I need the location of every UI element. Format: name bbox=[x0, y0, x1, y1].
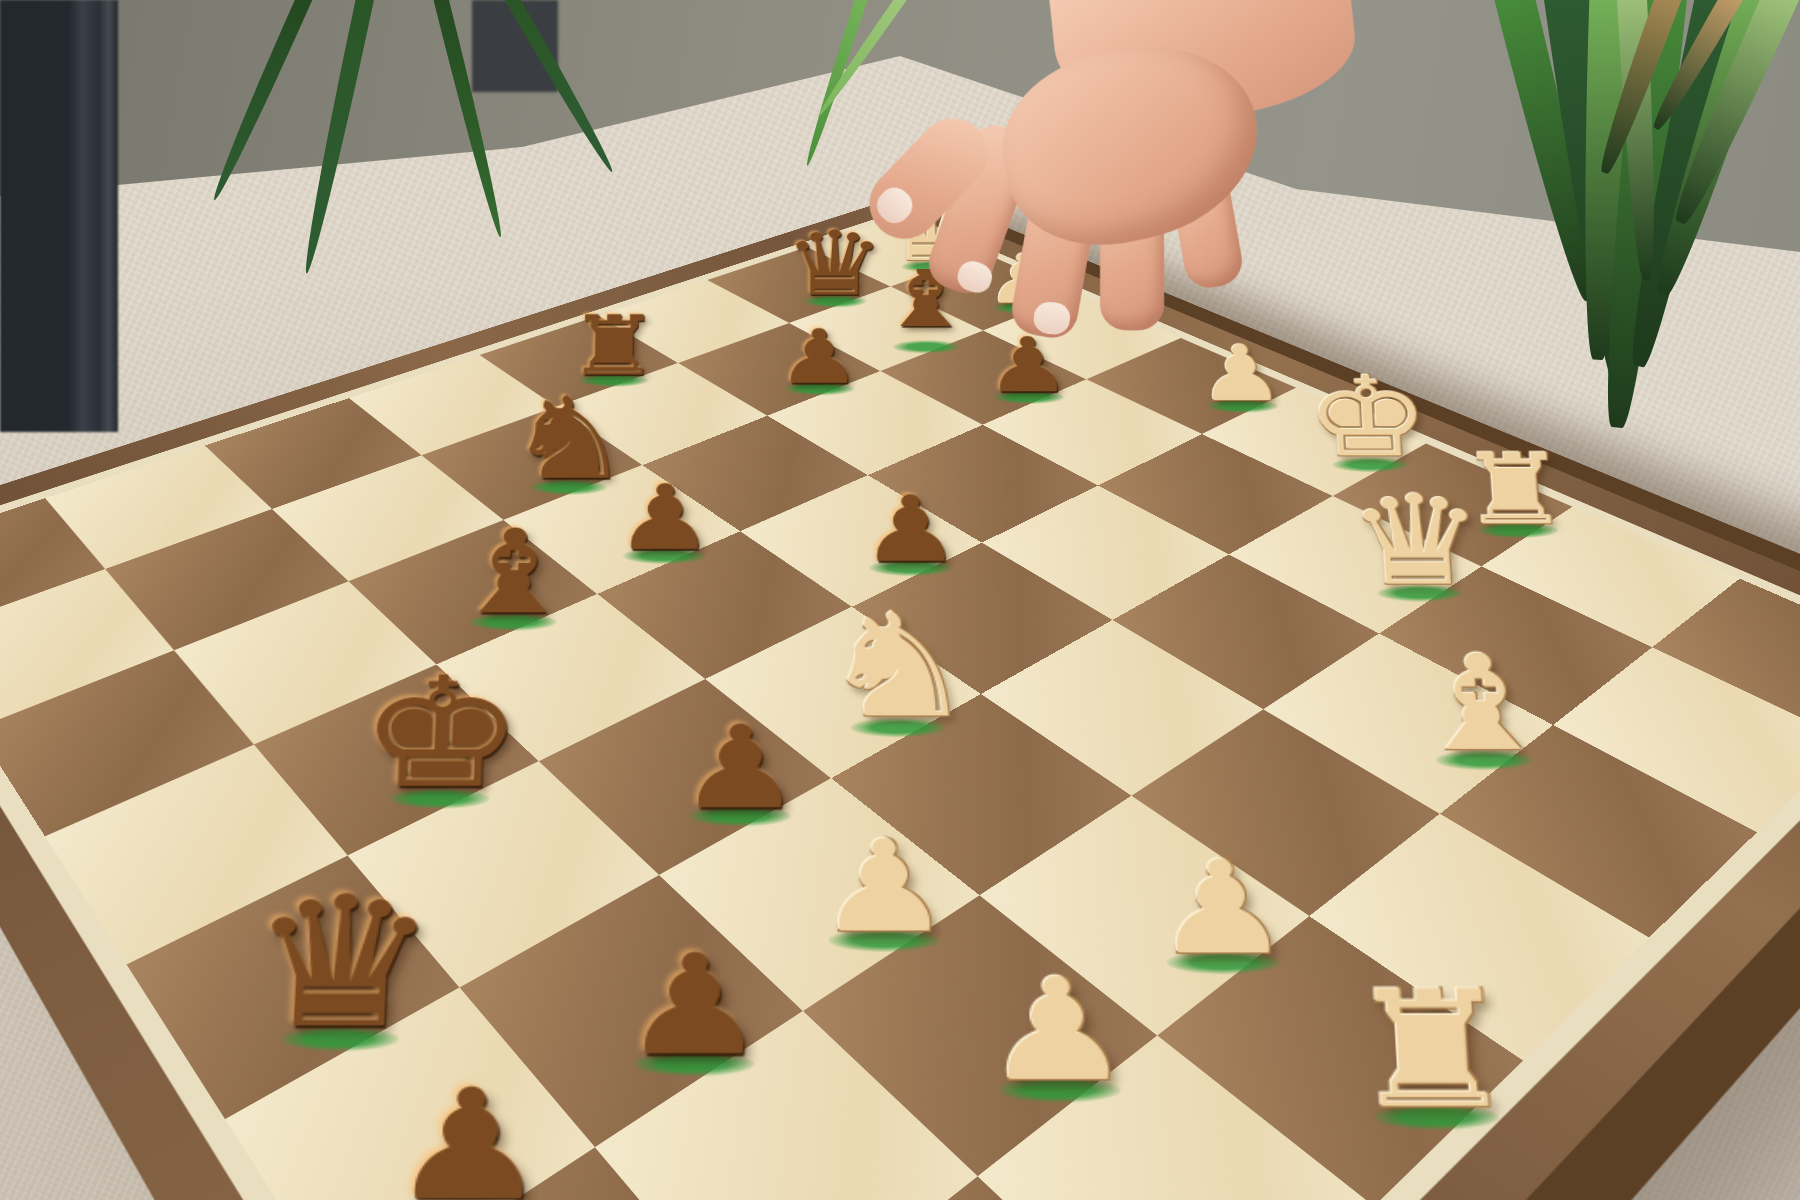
king-glyph: ♚ bbox=[355, 662, 526, 807]
queen-glyph: ♛ bbox=[241, 877, 441, 1049]
player-hand bbox=[817, 0, 1374, 392]
pawn-glyph: ♟ bbox=[860, 487, 962, 574]
piece-light-queen-g3[interactable]: ♛ bbox=[1317, 482, 1516, 600]
bishop-glyph: ♝ bbox=[1405, 642, 1557, 768]
piece-dark-pawn-a3[interactable]: ♟ bbox=[317, 1075, 619, 1200]
pawn-glyph: ♟ bbox=[614, 476, 715, 562]
pawn-glyph: ♟ bbox=[1151, 849, 1293, 971]
pawn-glyph: ♟ bbox=[677, 715, 802, 824]
pawn-glyph: ♟ bbox=[982, 965, 1134, 1099]
piece-light-rook-d1[interactable]: ♜ bbox=[1287, 974, 1577, 1127]
piece-dark-pawn-e5[interactable]: ♟ bbox=[817, 487, 1006, 574]
bishop-glyph: ♝ bbox=[447, 518, 579, 629]
pawn-glyph: ♟ bbox=[816, 829, 952, 949]
pawn-glyph: ♟ bbox=[386, 1075, 551, 1200]
piece-light-pawn-d2[interactable]: ♟ bbox=[1092, 849, 1352, 971]
rook-glyph: ♜ bbox=[1343, 974, 1521, 1127]
queen-glyph: ♛ bbox=[1344, 482, 1488, 600]
dark-curtain-band bbox=[0, 0, 118, 432]
piece-dark-pawn-b3[interactable]: ♟ bbox=[556, 942, 830, 1074]
photo-scene: { "game": "chess", "scene_description": … bbox=[0, 0, 1800, 1200]
piece-dark-king-b5[interactable]: ♚ bbox=[324, 662, 556, 807]
piece-light-pawn-c3[interactable]: ♟ bbox=[758, 829, 1011, 949]
pawn-glyph: ♟ bbox=[619, 942, 767, 1074]
piece-light-bishop-f2[interactable]: ♝ bbox=[1367, 642, 1595, 768]
piece-dark-queen-a4[interactable]: ♛ bbox=[203, 877, 478, 1049]
piece-dark-bishop-c6[interactable]: ♝ bbox=[413, 518, 613, 629]
piece-light-pawn-c2[interactable]: ♟ bbox=[918, 965, 1198, 1099]
piece-dark-pawn-c4[interactable]: ♟ bbox=[624, 715, 856, 824]
thumb-nail bbox=[871, 181, 919, 229]
